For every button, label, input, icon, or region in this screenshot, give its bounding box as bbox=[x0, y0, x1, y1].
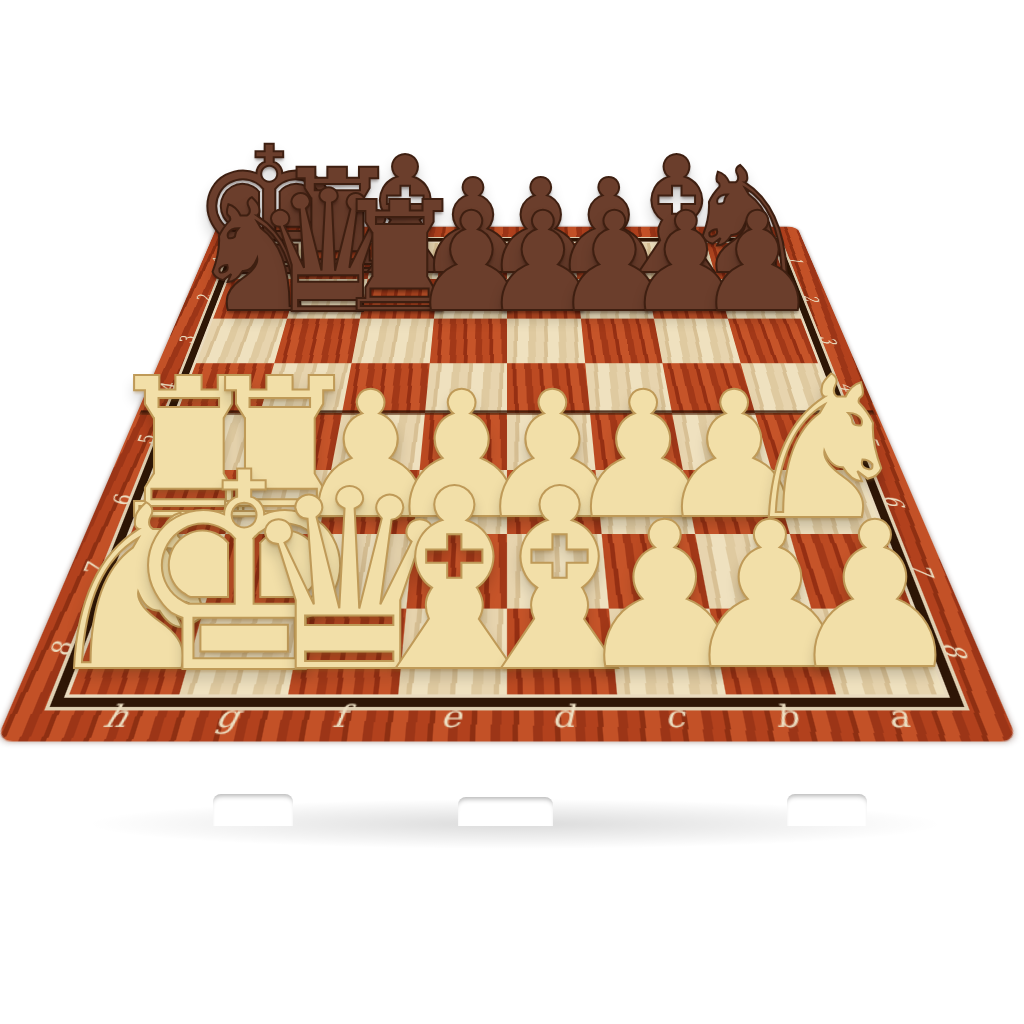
square-d1 bbox=[507, 243, 577, 279]
square-c3 bbox=[580, 319, 662, 363]
square-a5 bbox=[755, 413, 859, 470]
file-label-d: d bbox=[551, 699, 575, 734]
front-edge-notch-center bbox=[458, 797, 553, 826]
square-b5 bbox=[672, 413, 771, 470]
square-a2 bbox=[716, 279, 801, 319]
square-c7 bbox=[601, 534, 709, 608]
file-label-b: b bbox=[771, 699, 802, 734]
square-d3 bbox=[507, 319, 585, 363]
square-f2 bbox=[360, 279, 437, 319]
square-f5 bbox=[331, 413, 424, 470]
front-edge-notch-left bbox=[213, 794, 293, 826]
chess-set-product-photo: hgfedcba1122334455667788 ♚♜♝♟♟♟♝♞♞♛♜♟♟♟♟… bbox=[0, 0, 1024, 1024]
square-a7 bbox=[789, 534, 911, 608]
chess-board: hgfedcba1122334455667788 bbox=[0, 227, 1018, 742]
rank-label-right-1: 1 bbox=[784, 257, 807, 263]
square-e1 bbox=[437, 243, 507, 279]
square-a1 bbox=[706, 243, 786, 279]
rank-label-right-6: 6 bbox=[877, 495, 909, 506]
square-e6 bbox=[413, 470, 507, 534]
file-label-e: e bbox=[440, 699, 462, 734]
square-h4 bbox=[177, 363, 274, 413]
square-b1 bbox=[639, 243, 716, 279]
front-edge-notch-right bbox=[787, 794, 867, 826]
square-d7 bbox=[507, 534, 608, 608]
square-g7 bbox=[203, 534, 318, 608]
square-e8 bbox=[398, 608, 507, 694]
square-a8 bbox=[811, 608, 945, 694]
square-f8 bbox=[288, 608, 406, 694]
square-a4 bbox=[740, 363, 837, 413]
square-b4 bbox=[662, 363, 754, 413]
square-g5 bbox=[243, 413, 342, 470]
square-d4 bbox=[507, 363, 590, 413]
rank-label-right-3: 3 bbox=[815, 336, 841, 344]
square-d6 bbox=[507, 470, 601, 534]
square-h1 bbox=[228, 243, 308, 279]
square-c1 bbox=[573, 243, 646, 279]
square-e4 bbox=[425, 363, 508, 413]
rank-label-left-1: 1 bbox=[207, 257, 230, 263]
file-label-h: h bbox=[99, 699, 133, 734]
square-g4 bbox=[260, 363, 352, 413]
square-d2 bbox=[507, 279, 580, 319]
square-f7 bbox=[305, 534, 413, 608]
square-d5 bbox=[507, 413, 595, 470]
square-f3 bbox=[352, 319, 434, 363]
square-e3 bbox=[429, 319, 507, 363]
square-a3 bbox=[727, 319, 817, 363]
file-label-f: f bbox=[331, 699, 349, 734]
square-c2 bbox=[577, 279, 654, 319]
rank-label-left-5: 5 bbox=[131, 436, 161, 446]
square-h3 bbox=[196, 319, 286, 363]
square-d8 bbox=[507, 608, 616, 694]
square-c5 bbox=[590, 413, 683, 470]
rank-label-left-8: 8 bbox=[42, 642, 80, 657]
rank-label-right-2: 2 bbox=[798, 295, 822, 302]
square-g3 bbox=[274, 319, 360, 363]
rank-label-right-8: 8 bbox=[934, 642, 972, 657]
square-h2 bbox=[213, 279, 298, 319]
square-e7 bbox=[406, 534, 507, 608]
board-fold-seam bbox=[139, 410, 875, 414]
square-e2 bbox=[434, 279, 507, 319]
square-g2 bbox=[287, 279, 368, 319]
square-g6 bbox=[225, 470, 331, 534]
rank-label-left-2: 2 bbox=[191, 295, 215, 302]
file-label-g: g bbox=[212, 699, 243, 734]
board-playing-area bbox=[69, 243, 945, 695]
square-c8 bbox=[608, 608, 726, 694]
rank-label-left-3: 3 bbox=[174, 336, 200, 344]
rank-label-left-6: 6 bbox=[105, 495, 137, 506]
square-g1 bbox=[298, 243, 375, 279]
square-b2 bbox=[646, 279, 727, 319]
rank-label-left-4: 4 bbox=[154, 383, 182, 391]
square-f6 bbox=[319, 470, 419, 534]
square-c6 bbox=[595, 470, 695, 534]
square-h5 bbox=[155, 413, 259, 470]
rank-label-right-7: 7 bbox=[903, 563, 938, 576]
rank-label-right-4: 4 bbox=[833, 383, 861, 391]
file-label-a: a bbox=[881, 699, 914, 734]
square-c4 bbox=[585, 363, 672, 413]
square-b3 bbox=[654, 319, 740, 363]
square-f4 bbox=[342, 363, 429, 413]
rank-label-right-5: 5 bbox=[853, 436, 883, 446]
square-f1 bbox=[368, 243, 441, 279]
file-label-c: c bbox=[662, 699, 687, 734]
square-a6 bbox=[771, 470, 884, 534]
rank-label-left-7: 7 bbox=[76, 563, 111, 576]
square-e5 bbox=[419, 413, 507, 470]
